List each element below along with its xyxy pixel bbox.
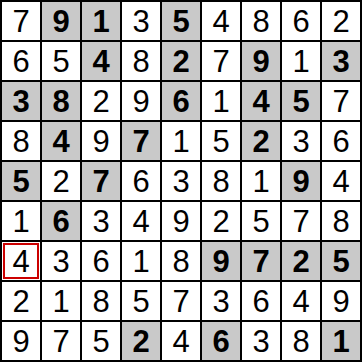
cell-r4c6[interactable]: 5: [202, 122, 240, 160]
cell-r3c2[interactable]: 8: [42, 82, 80, 120]
cell-r3c8[interactable]: 5: [282, 82, 320, 120]
cell-r5c7[interactable]: 1: [242, 162, 280, 200]
cell-r7c8[interactable]: 2: [282, 242, 320, 280]
cell-r7c5[interactable]: 8: [162, 242, 200, 280]
cell-r6c2[interactable]: 6: [42, 202, 80, 240]
cell-r4c3[interactable]: 9: [82, 122, 120, 160]
cell-r8c6[interactable]: 3: [202, 282, 240, 320]
cell-r2c2[interactable]: 5: [42, 42, 80, 80]
cell-r4c4[interactable]: 7: [122, 122, 160, 160]
cell-r9c1[interactable]: 9: [2, 322, 40, 360]
cell-r3c9[interactable]: 7: [322, 82, 360, 120]
cell-r1c8[interactable]: 6: [282, 2, 320, 40]
cell-r7c1-selected[interactable]: 4: [2, 242, 40, 280]
cell-r8c4[interactable]: 5: [122, 282, 160, 320]
cell-r8c9[interactable]: 9: [322, 282, 360, 320]
cell-r5c9[interactable]: 4: [322, 162, 360, 200]
cell-r3c1[interactable]: 3: [2, 82, 40, 120]
cell-r4c9[interactable]: 6: [322, 122, 360, 160]
cell-r5c5[interactable]: 3: [162, 162, 200, 200]
cell-r9c2[interactable]: 7: [42, 322, 80, 360]
cell-r6c8[interactable]: 7: [282, 202, 320, 240]
cell-r7c9[interactable]: 5: [322, 242, 360, 280]
cell-r5c2[interactable]: 2: [42, 162, 80, 200]
cell-r4c1[interactable]: 8: [2, 122, 40, 160]
cell-r8c5[interactable]: 7: [162, 282, 200, 320]
cell-r1c2[interactable]: 9: [42, 2, 80, 40]
cell-r7c2[interactable]: 3: [42, 242, 80, 280]
cell-r2c8[interactable]: 1: [282, 42, 320, 80]
cell-r3c4[interactable]: 9: [122, 82, 160, 120]
cell-r1c9[interactable]: 2: [322, 2, 360, 40]
cell-r7c6[interactable]: 9: [202, 242, 240, 280]
cell-r2c7[interactable]: 9: [242, 42, 280, 80]
cell-r1c7[interactable]: 8: [242, 2, 280, 40]
cell-r3c7[interactable]: 4: [242, 82, 280, 120]
cell-r3c5[interactable]: 6: [162, 82, 200, 120]
cell-r7c4[interactable]: 1: [122, 242, 160, 280]
cell-r9c6[interactable]: 6: [202, 322, 240, 360]
cell-r1c5[interactable]: 5: [162, 2, 200, 40]
cell-r9c8[interactable]: 8: [282, 322, 320, 360]
cell-r9c4[interactable]: 2: [122, 322, 160, 360]
cell-r6c4[interactable]: 4: [122, 202, 160, 240]
cell-r5c4[interactable]: 6: [122, 162, 160, 200]
cell-r5c8[interactable]: 9: [282, 162, 320, 200]
cell-r2c9[interactable]: 3: [322, 42, 360, 80]
cell-r1c6[interactable]: 4: [202, 2, 240, 40]
cell-r7c7[interactable]: 7: [242, 242, 280, 280]
cell-r1c4[interactable]: 3: [122, 2, 160, 40]
sudoku-board: 7913548626548279133829614578497152365276…: [0, 0, 362, 362]
cell-r8c8[interactable]: 4: [282, 282, 320, 320]
cell-r1c3[interactable]: 1: [82, 2, 120, 40]
cell-r8c2[interactable]: 1: [42, 282, 80, 320]
cell-r5c1[interactable]: 5: [2, 162, 40, 200]
cell-r8c7[interactable]: 6: [242, 282, 280, 320]
cell-r5c6[interactable]: 8: [202, 162, 240, 200]
cell-r2c1[interactable]: 6: [2, 42, 40, 80]
cell-r2c3[interactable]: 4: [82, 42, 120, 80]
cell-r1c1[interactable]: 7: [2, 2, 40, 40]
cell-r9c3[interactable]: 5: [82, 322, 120, 360]
cell-r8c1[interactable]: 2: [2, 282, 40, 320]
cell-r6c6[interactable]: 2: [202, 202, 240, 240]
cell-r6c7[interactable]: 5: [242, 202, 280, 240]
cell-r4c2[interactable]: 4: [42, 122, 80, 160]
cell-r9c5[interactable]: 4: [162, 322, 200, 360]
cell-r2c5[interactable]: 2: [162, 42, 200, 80]
cell-r8c3[interactable]: 8: [82, 282, 120, 320]
cell-r2c6[interactable]: 7: [202, 42, 240, 80]
cell-r6c5[interactable]: 9: [162, 202, 200, 240]
cell-r5c3[interactable]: 7: [82, 162, 120, 200]
cell-r4c5[interactable]: 1: [162, 122, 200, 160]
cell-r6c9[interactable]: 8: [322, 202, 360, 240]
cell-r4c8[interactable]: 3: [282, 122, 320, 160]
cell-r3c6[interactable]: 1: [202, 82, 240, 120]
cell-r9c9[interactable]: 1: [322, 322, 360, 360]
cell-r2c4[interactable]: 8: [122, 42, 160, 80]
cell-r7c3[interactable]: 6: [82, 242, 120, 280]
cell-r6c3[interactable]: 3: [82, 202, 120, 240]
cell-r3c3[interactable]: 2: [82, 82, 120, 120]
cell-r4c7[interactable]: 2: [242, 122, 280, 160]
cell-r6c1[interactable]: 1: [2, 202, 40, 240]
cell-r9c7[interactable]: 3: [242, 322, 280, 360]
